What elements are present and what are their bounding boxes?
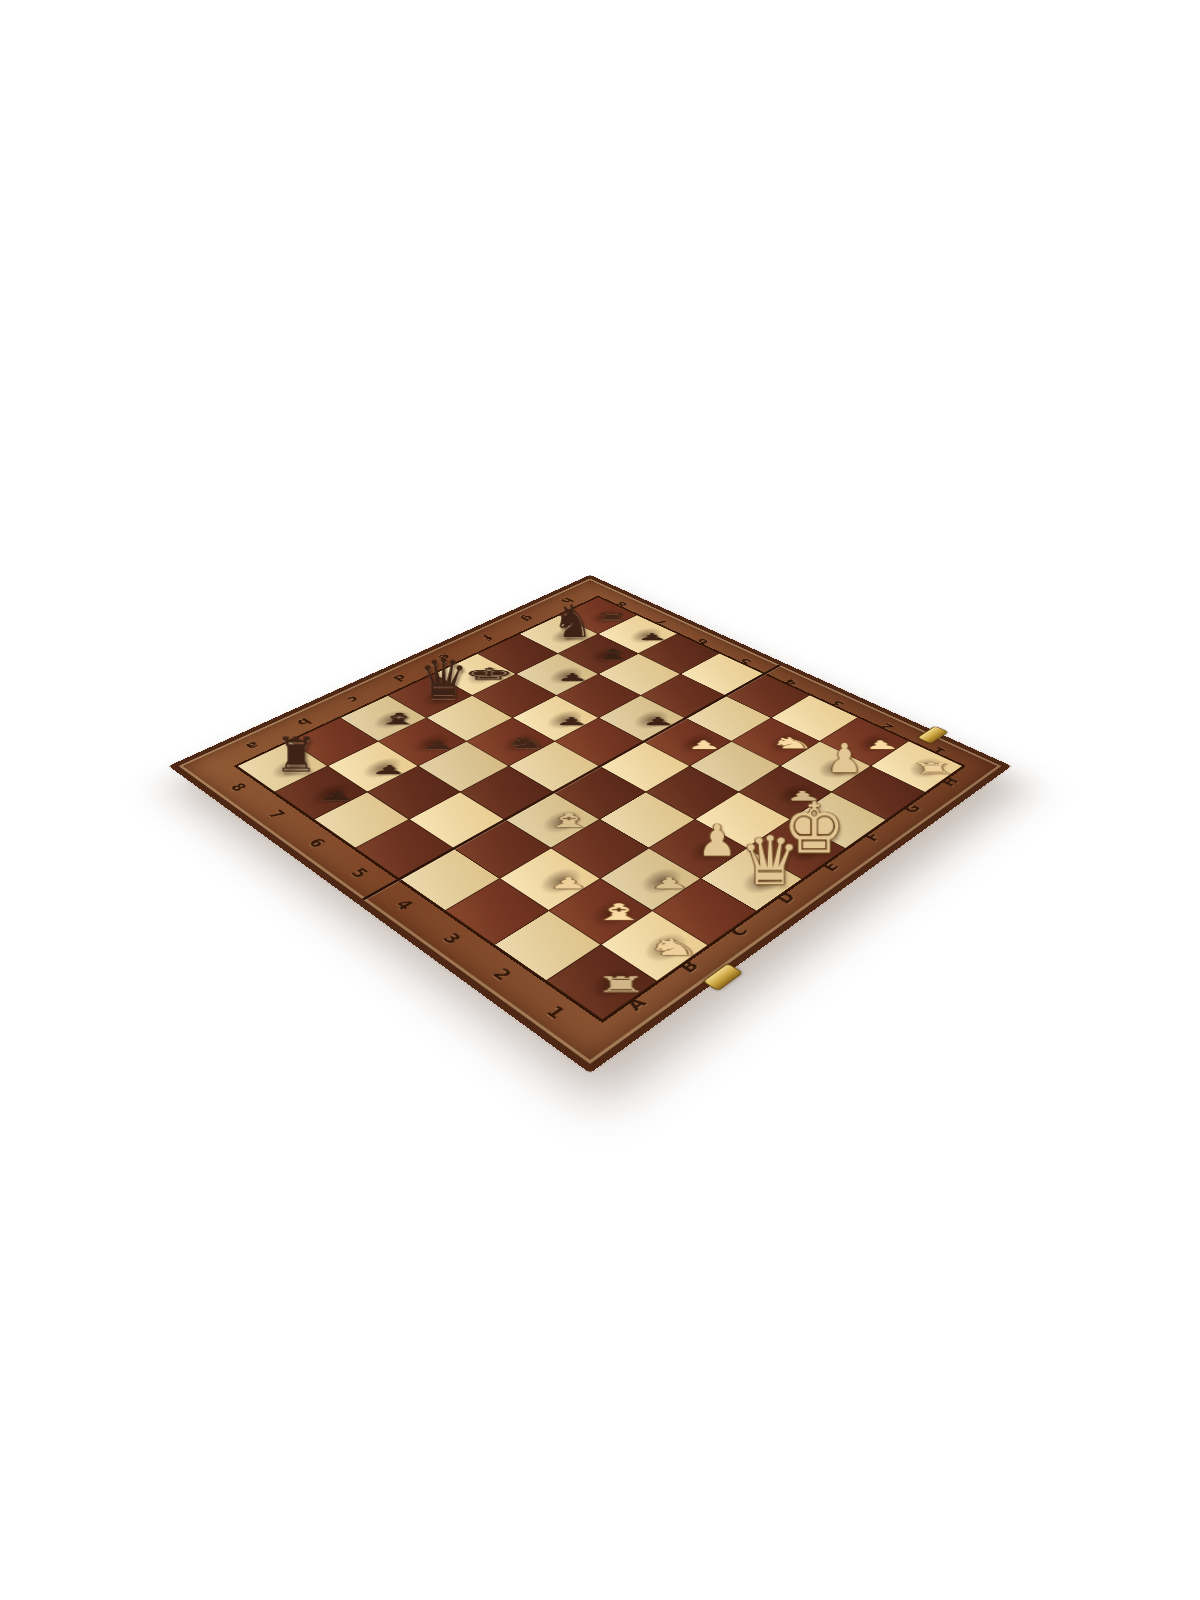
board-frame: abcdefghABCDEFGH8765432187654321 ♜♝♛♚♞♜♟… [169, 575, 1012, 1073]
square-b7[interactable]: ♟ [328, 741, 419, 792]
white-bishop[interactable]: ♝ [535, 811, 603, 830]
square-b1[interactable]: ♞ [602, 911, 708, 981]
black-knight[interactable]: ♞ [494, 735, 558, 751]
black-rook[interactable]: ♜ [264, 730, 329, 778]
white-rook[interactable]: ♜ [582, 973, 661, 995]
brass-latch-icon [702, 963, 743, 991]
black-pawn[interactable]: ♟ [355, 764, 422, 777]
white-pawn[interactable]: ♟ [812, 738, 877, 778]
product-photo-background: abcdefghABCDEFGH8765432187654321 ♜♝♛♚♞♜♟… [0, 0, 1200, 1600]
board-grid: ♜♝♛♚♞♜♟♟♟♟♝♟♞♟♟♝♟♟♞♝♟♟♟♟♟♜♞♛♚♜ [234, 596, 967, 1023]
chess-board: abcdefghABCDEFGH8765432187654321 ♜♝♛♚♞♜♟… [169, 575, 1012, 1073]
white-queen[interactable]: ♛ [734, 827, 806, 894]
